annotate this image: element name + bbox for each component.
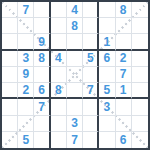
cell-r8c2[interactable] bbox=[18, 116, 34, 132]
cell-r9c8[interactable]: 6 bbox=[116, 132, 132, 148]
cell-r7c4[interactable] bbox=[51, 99, 67, 115]
cell-r6c6[interactable]: 7 bbox=[83, 83, 99, 99]
cell-r4c3[interactable]: 8 bbox=[34, 51, 50, 67]
cell-r9c4[interactable] bbox=[51, 132, 67, 148]
cell-r9c7[interactable] bbox=[99, 132, 115, 148]
cell-r4c9[interactable] bbox=[132, 51, 148, 67]
cell-r3c1[interactable] bbox=[2, 34, 18, 50]
cell-r7c6[interactable] bbox=[83, 99, 99, 115]
cell-r6c4[interactable]: 8 bbox=[51, 83, 67, 99]
cell-r2c2[interactable] bbox=[18, 18, 34, 34]
cell-r2c3[interactable] bbox=[34, 18, 50, 34]
cell-r9c3[interactable] bbox=[34, 132, 50, 148]
cell-r5c2[interactable]: 9 bbox=[18, 67, 34, 83]
cell-r2c7[interactable] bbox=[99, 18, 115, 34]
cell-r8c3[interactable] bbox=[34, 116, 50, 132]
cell-r1c4[interactable] bbox=[51, 2, 67, 18]
cell-r8c6[interactable] bbox=[83, 116, 99, 132]
cell-r6c3[interactable]: 6 bbox=[34, 83, 50, 99]
cell-r4c6[interactable]: 5 bbox=[83, 51, 99, 67]
cell-r8c1[interactable] bbox=[2, 116, 18, 132]
cell-r1c8[interactable]: 8 bbox=[116, 2, 132, 18]
cell-r7c3[interactable]: 7 bbox=[34, 99, 50, 115]
cell-r6c7[interactable]: 5 bbox=[99, 83, 115, 99]
cell-r2c5[interactable]: 8 bbox=[67, 18, 83, 34]
cell-r5c9[interactable] bbox=[132, 67, 148, 83]
cell-r3c7[interactable]: 1 bbox=[99, 34, 115, 50]
cell-r1c9[interactable] bbox=[132, 2, 148, 18]
cell-r3c5[interactable] bbox=[67, 34, 83, 50]
cell-r4c4[interactable]: 4 bbox=[51, 51, 67, 67]
cell-r1c3[interactable] bbox=[34, 2, 50, 18]
cell-r5c7[interactable] bbox=[99, 67, 115, 83]
cell-r1c6[interactable] bbox=[83, 2, 99, 18]
cell-r3c6[interactable] bbox=[83, 34, 99, 50]
cell-r8c8[interactable] bbox=[116, 116, 132, 132]
cell-r6c2[interactable]: 2 bbox=[18, 83, 34, 99]
cell-r3c9[interactable] bbox=[132, 34, 148, 50]
cell-r9c6[interactable] bbox=[83, 132, 99, 148]
cell-r8c5[interactable]: 3 bbox=[67, 116, 83, 132]
cell-r1c7[interactable] bbox=[99, 2, 115, 18]
cell-r7c1[interactable] bbox=[2, 99, 18, 115]
cell-r4c1[interactable] bbox=[2, 51, 18, 67]
cell-r7c9[interactable] bbox=[132, 99, 148, 115]
cell-r6c5[interactable] bbox=[67, 83, 83, 99]
cell-r9c9[interactable] bbox=[132, 132, 148, 148]
cell-r7c5[interactable] bbox=[67, 99, 83, 115]
cell-r8c9[interactable] bbox=[132, 116, 148, 132]
cell-r8c7[interactable] bbox=[99, 116, 115, 132]
cell-r2c1[interactable] bbox=[2, 18, 18, 34]
cell-r3c4[interactable] bbox=[51, 34, 67, 50]
cell-r4c8[interactable]: 2 bbox=[116, 51, 132, 67]
cell-r5c1[interactable] bbox=[2, 67, 18, 83]
cell-r4c2[interactable]: 3 bbox=[18, 51, 34, 67]
cell-r8c4[interactable] bbox=[51, 116, 67, 132]
cell-r6c8[interactable]: 1 bbox=[116, 83, 132, 99]
cell-r7c2[interactable] bbox=[18, 99, 34, 115]
cell-r2c4[interactable] bbox=[51, 18, 67, 34]
cell-r5c6[interactable] bbox=[83, 67, 99, 83]
cell-r9c2[interactable]: 5 bbox=[18, 132, 34, 148]
cell-r6c9[interactable] bbox=[132, 83, 148, 99]
cell-r4c5[interactable] bbox=[67, 51, 83, 67]
cell-r3c2[interactable] bbox=[18, 34, 34, 50]
cell-r1c2[interactable]: 7 bbox=[18, 2, 34, 18]
cell-r5c5[interactable] bbox=[67, 67, 83, 83]
cell-r5c8[interactable]: 7 bbox=[116, 67, 132, 83]
cell-r6c1[interactable] bbox=[2, 83, 18, 99]
cell-r1c5[interactable]: 4 bbox=[67, 2, 83, 18]
cell-r7c8[interactable] bbox=[116, 99, 132, 115]
cell-r2c9[interactable] bbox=[132, 18, 148, 34]
cell-r3c8[interactable] bbox=[116, 34, 132, 50]
cell-r1c1[interactable] bbox=[2, 2, 18, 18]
cell-r4c7[interactable]: 6 bbox=[99, 51, 115, 67]
cell-r5c3[interactable] bbox=[34, 67, 50, 83]
cell-r9c5[interactable]: 7 bbox=[67, 132, 83, 148]
cell-r5c4[interactable] bbox=[51, 67, 67, 83]
cell-r7c7[interactable]: 3 bbox=[99, 99, 115, 115]
cell-r2c8[interactable] bbox=[116, 18, 132, 34]
cell-r3c3[interactable]: 9 bbox=[34, 34, 50, 50]
sudoku-board: 74889138456297268751733576 bbox=[0, 0, 150, 150]
cell-r2c6[interactable] bbox=[83, 18, 99, 34]
cell-r9c1[interactable] bbox=[2, 132, 18, 148]
